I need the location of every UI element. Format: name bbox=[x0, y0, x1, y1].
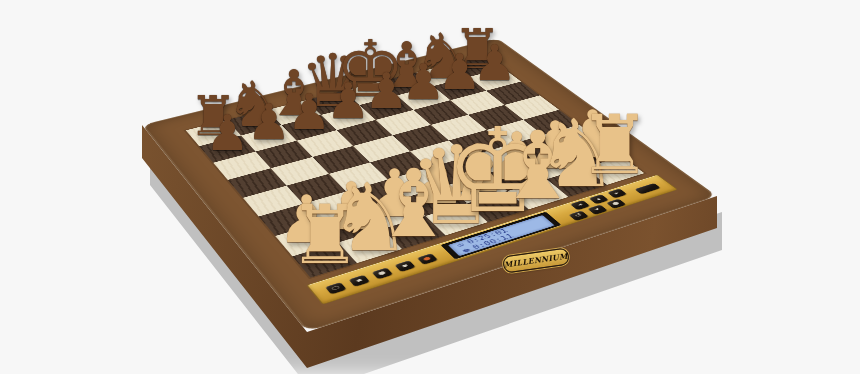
piece-black-pawn-a7[interactable]: ♟ bbox=[205, 109, 249, 158]
piece-black-pawn-c7[interactable]: ♟ bbox=[287, 88, 331, 137]
power-icon: ○ bbox=[330, 285, 341, 291]
piece-black-pawn-h7[interactable]: ♟ bbox=[473, 40, 517, 89]
piece-black-pawn-b7[interactable]: ♟ bbox=[247, 99, 291, 148]
power-button[interactable]: ○ bbox=[325, 282, 347, 294]
piece-white-rook-h1[interactable]: ♜ bbox=[578, 105, 651, 186]
chess-computer-photo: ○▪●▪● ♔ 0:25:01 ♚ 0:00:11 ◂▴▸ ↺▾● bbox=[0, 0, 860, 374]
